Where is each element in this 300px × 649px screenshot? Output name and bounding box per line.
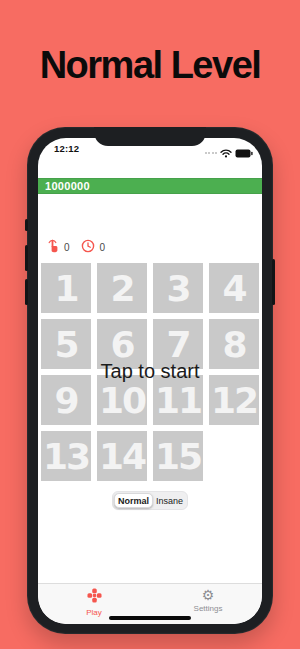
home-indicator xyxy=(109,616,191,620)
notch xyxy=(94,127,206,146)
tap-count: 0 xyxy=(64,242,70,253)
segment-normal[interactable]: Normal xyxy=(114,493,153,508)
tile-15[interactable]: 15 xyxy=(153,431,203,481)
iphone-mockup: 12:12 1000000 xyxy=(27,127,273,634)
tab-play-label: Play xyxy=(86,608,102,617)
tab-settings[interactable]: ⚙ Settings xyxy=(176,588,240,613)
tile-2[interactable]: 2 xyxy=(97,263,147,313)
score-progress-bar: 1000000 xyxy=(38,178,262,194)
tile-14[interactable]: 14 xyxy=(97,431,147,481)
score-value: 1000000 xyxy=(38,179,262,193)
tab-settings-label: Settings xyxy=(194,604,223,613)
wifi-icon xyxy=(220,144,232,162)
empty-cell xyxy=(209,431,259,481)
gear-icon: ⚙ xyxy=(202,588,215,603)
dpad-icon xyxy=(87,588,102,607)
tap-count-icon xyxy=(46,238,59,257)
difficulty-segmented-control: Normal Insane xyxy=(112,491,188,510)
status-icons xyxy=(205,144,254,162)
tile-13[interactable]: 13 xyxy=(41,431,91,481)
app-screen: 12:12 1000000 xyxy=(38,138,262,624)
tile-4[interactable]: 4 xyxy=(209,263,259,313)
stats-row: 0 0 xyxy=(46,238,111,257)
volume-down-button xyxy=(25,279,28,305)
tile-3[interactable]: 3 xyxy=(153,263,203,313)
tap-to-start-label[interactable]: Tap to start xyxy=(38,360,262,383)
tab-play[interactable]: Play xyxy=(62,588,126,617)
volume-up-button xyxy=(25,245,28,271)
page-title: Normal Level xyxy=(0,44,300,87)
mute-switch xyxy=(25,219,28,231)
clock-icon xyxy=(81,239,95,257)
power-button xyxy=(272,259,275,305)
tile-1[interactable]: 1 xyxy=(41,263,91,313)
time-count: 0 xyxy=(100,242,106,253)
segment-insane[interactable]: Insane xyxy=(153,493,186,508)
status-time: 12:12 xyxy=(54,143,79,154)
cellular-signal-icon xyxy=(205,152,218,154)
battery-icon xyxy=(235,144,253,162)
